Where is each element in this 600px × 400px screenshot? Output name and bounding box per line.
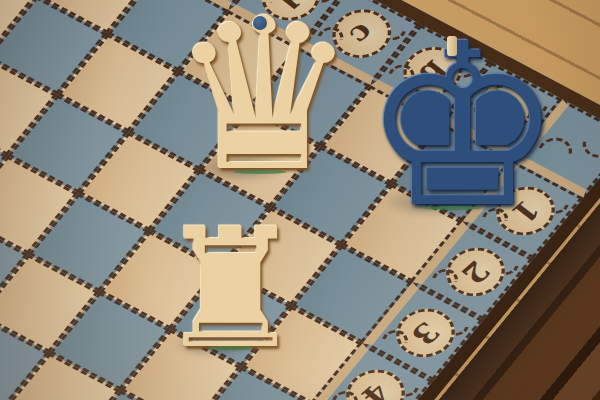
king-wood-finial <box>447 36 457 56</box>
scroll-ornament-icon <box>576 123 600 163</box>
white-rook-b4[interactable]: ♜ <box>141 226 321 352</box>
felt-base <box>423 206 480 210</box>
chessboard-photo-scene: 12345678abcdefgh ♛♜♚ <box>0 0 600 400</box>
black-king-a1[interactable]: ♚ <box>362 40 542 212</box>
king-glyph: ♚ <box>362 40 542 212</box>
rook-glyph: ♜ <box>141 226 321 352</box>
felt-base <box>233 170 286 174</box>
white-queen-c2[interactable]: ♛ <box>170 16 350 176</box>
felt-base <box>208 346 254 350</box>
queen-ball-finial <box>253 16 267 30</box>
queen-glyph: ♛ <box>170 16 350 176</box>
